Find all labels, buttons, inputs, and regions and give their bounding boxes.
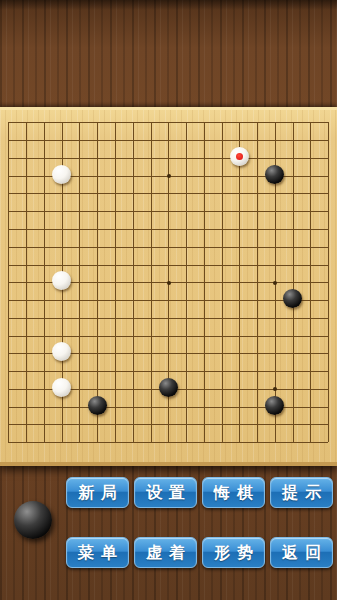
evaluate-button[interactable]: 形势 [202, 537, 265, 568]
menu-button[interactable]: 菜单 [66, 537, 129, 568]
grid-line-horizontal [8, 300, 328, 301]
grid-line-horizontal [8, 336, 328, 337]
black-stone [159, 378, 178, 397]
back-button[interactable]: 返回 [270, 537, 333, 568]
grid-line-vertical [186, 122, 187, 442]
grid-line-horizontal [8, 318, 328, 319]
undo-button[interactable]: 悔棋 [202, 477, 265, 508]
white-stone [52, 165, 71, 184]
turn-indicator-black-stone [14, 501, 52, 539]
grid-line-vertical [204, 122, 205, 442]
grid-line-horizontal [8, 442, 328, 443]
grid-line-horizontal [8, 371, 328, 372]
go-board[interactable] [0, 107, 337, 466]
black-stone [283, 289, 302, 308]
star-point [167, 281, 171, 285]
hint-button[interactable]: 提示 [270, 477, 333, 508]
grid-line-vertical [328, 122, 329, 442]
settings-button[interactable]: 设置 [134, 477, 197, 508]
grid-line-vertical [222, 122, 223, 442]
black-stone [88, 396, 107, 415]
grid-line-vertical [257, 122, 258, 442]
white-stone [52, 271, 71, 290]
star-point [273, 281, 277, 285]
grid-line-horizontal [8, 424, 328, 425]
grid-line-vertical [310, 122, 311, 442]
white-stone [52, 378, 71, 397]
pass-button[interactable]: 虚着 [134, 537, 197, 568]
white-stone-last-move [230, 147, 249, 166]
black-stone [265, 165, 284, 184]
new-game-button[interactable]: 新局 [66, 477, 129, 508]
star-point [167, 174, 171, 178]
app-screen: 新局 设置 悔棋 提示 菜单 虚着 形势 返回 [0, 0, 337, 600]
star-point [273, 387, 277, 391]
last-move-marker [236, 153, 243, 160]
grid-line-vertical [239, 122, 240, 442]
grid-line-vertical [293, 122, 294, 442]
white-stone [52, 342, 71, 361]
black-stone [265, 396, 284, 415]
